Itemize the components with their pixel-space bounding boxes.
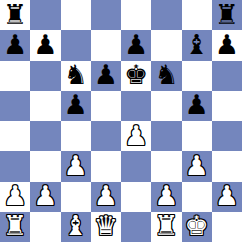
piece-white-pawn: ♟ [64,152,88,179]
square-e4[interactable]: ♟ [121,121,151,151]
piece-black-pawn: ♟ [185,91,209,118]
piece-white-king: ♚ [185,212,209,239]
square-e2[interactable] [121,182,151,212]
piece-white-pawn: ♟ [124,122,148,149]
square-a4[interactable] [0,121,30,151]
square-c3[interactable]: ♟ [61,151,91,181]
square-g5[interactable]: ♟ [182,91,212,121]
square-h1[interactable] [212,212,242,242]
square-a3[interactable] [0,151,30,181]
piece-black-rook: ♜ [215,1,239,28]
square-d8[interactable] [91,0,121,30]
square-f8[interactable] [151,0,181,30]
square-b3[interactable] [30,151,60,181]
piece-white-pawn: ♟ [94,182,118,209]
chess-board: ♜♜♟♟♟♝♟♞♟♚♞♟♟♟♟♟♟♟♟♟♟♜♝♛♜♚ [0,0,242,242]
square-a1[interactable]: ♜ [0,212,30,242]
square-d1[interactable]: ♛ [91,212,121,242]
square-b6[interactable] [30,61,60,91]
square-b5[interactable] [30,91,60,121]
square-g3[interactable]: ♟ [182,151,212,181]
piece-black-pawn: ♟ [124,31,148,58]
square-d6[interactable]: ♟ [91,61,121,91]
piece-black-pawn: ♟ [94,61,118,88]
square-h3[interactable] [212,151,242,181]
square-c2[interactable] [61,182,91,212]
square-g6[interactable] [182,61,212,91]
piece-white-rook: ♜ [3,212,27,239]
piece-white-pawn: ♟ [3,182,27,209]
square-c6[interactable]: ♞ [61,61,91,91]
square-a5[interactable] [0,91,30,121]
square-g1[interactable]: ♚ [182,212,212,242]
square-g4[interactable] [182,121,212,151]
square-c1[interactable]: ♝ [61,212,91,242]
square-a7[interactable]: ♟ [0,30,30,60]
square-f3[interactable] [151,151,181,181]
square-f2[interactable]: ♟ [151,182,181,212]
square-c5[interactable]: ♟ [61,91,91,121]
square-c7[interactable] [61,30,91,60]
square-c8[interactable] [61,0,91,30]
square-a2[interactable]: ♟ [0,182,30,212]
square-d5[interactable] [91,91,121,121]
piece-black-rook: ♜ [3,1,27,28]
square-f6[interactable]: ♞ [151,61,181,91]
piece-black-knight: ♞ [154,61,178,88]
square-e7[interactable]: ♟ [121,30,151,60]
square-b7[interactable]: ♟ [30,30,60,60]
square-d3[interactable] [91,151,121,181]
square-h6[interactable] [212,61,242,91]
square-a8[interactable]: ♜ [0,0,30,30]
square-f7[interactable] [151,30,181,60]
square-d4[interactable] [91,121,121,151]
piece-black-pawn: ♟ [64,91,88,118]
piece-black-pawn: ♟ [215,31,239,58]
square-e3[interactable] [121,151,151,181]
piece-black-bishop: ♝ [185,31,209,58]
square-c4[interactable] [61,121,91,151]
square-b1[interactable] [30,212,60,242]
square-h2[interactable]: ♟ [212,182,242,212]
square-e8[interactable] [121,0,151,30]
square-d2[interactable]: ♟ [91,182,121,212]
piece-white-rook: ♜ [154,212,178,239]
square-e1[interactable] [121,212,151,242]
square-h5[interactable] [212,91,242,121]
piece-white-queen: ♛ [94,212,118,239]
square-g2[interactable] [182,182,212,212]
piece-white-bishop: ♝ [64,212,88,239]
square-f4[interactable] [151,121,181,151]
square-b8[interactable] [30,0,60,30]
square-f5[interactable] [151,91,181,121]
piece-black-pawn: ♟ [33,31,57,58]
piece-white-pawn: ♟ [215,182,239,209]
square-b4[interactable] [30,121,60,151]
piece-white-pawn: ♟ [185,152,209,179]
square-h8[interactable]: ♜ [212,0,242,30]
square-b2[interactable]: ♟ [30,182,60,212]
square-e5[interactable] [121,91,151,121]
piece-white-pawn: ♟ [154,182,178,209]
square-h7[interactable]: ♟ [212,30,242,60]
piece-black-knight: ♞ [64,61,88,88]
square-f1[interactable]: ♜ [151,212,181,242]
square-g8[interactable] [182,0,212,30]
square-a6[interactable] [0,61,30,91]
square-e6[interactable]: ♚ [121,61,151,91]
square-d7[interactable] [91,30,121,60]
piece-black-pawn: ♟ [3,31,27,58]
square-g7[interactable]: ♝ [182,30,212,60]
piece-black-king: ♚ [124,61,148,88]
square-h4[interactable] [212,121,242,151]
piece-white-pawn: ♟ [33,182,57,209]
